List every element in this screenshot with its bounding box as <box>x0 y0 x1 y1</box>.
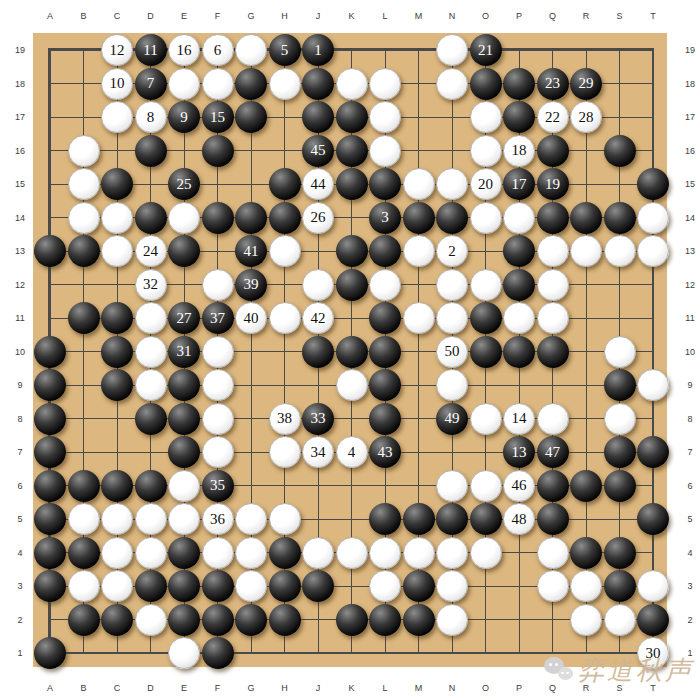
white-stone-D2 <box>135 604 167 636</box>
white-stone-N11 <box>436 302 468 334</box>
move-number: 5 <box>281 43 289 58</box>
black-stone-M14 <box>403 202 435 234</box>
white-stone-L17 <box>369 101 401 133</box>
black-stone-E9 <box>168 369 200 401</box>
col-label-bottom: P <box>508 683 530 693</box>
black-stone-E10: 31 <box>168 336 200 368</box>
row-label-right: 18 <box>679 79 700 89</box>
black-stone-D8 <box>135 403 167 435</box>
white-stone-T14 <box>637 202 669 234</box>
black-stone-L14: 3 <box>369 202 401 234</box>
move-number: 12 <box>110 43 125 58</box>
black-stone-J19: 1 <box>302 34 334 66</box>
row-label-right: 13 <box>679 246 700 256</box>
white-stone-N4 <box>436 537 468 569</box>
white-stone-D5 <box>135 503 167 535</box>
row-label-left: 8 <box>9 414 31 424</box>
white-stone-J12 <box>302 269 334 301</box>
move-number: 47 <box>545 445 560 460</box>
row-label-right: 3 <box>679 581 700 591</box>
white-stone-F4 <box>202 537 234 569</box>
white-stone-M4 <box>403 537 435 569</box>
row-label-right: 15 <box>679 179 700 189</box>
col-label-top: A <box>39 11 61 21</box>
white-stone-M11 <box>403 302 435 334</box>
row-label-left: 12 <box>9 280 31 290</box>
black-stone-H19: 5 <box>269 34 301 66</box>
black-stone-F3 <box>202 570 234 602</box>
move-number: 24 <box>143 244 158 259</box>
move-number: 20 <box>478 177 493 192</box>
black-stone-A6 <box>34 470 66 502</box>
row-label-right: 19 <box>679 45 700 55</box>
black-stone-A13 <box>34 235 66 267</box>
white-stone-B16 <box>68 135 100 167</box>
col-label-top: M <box>408 11 430 21</box>
row-label-left: 1 <box>9 648 31 658</box>
black-stone-R4 <box>570 537 602 569</box>
move-number: 41 <box>244 244 259 259</box>
move-number: 50 <box>445 344 460 359</box>
row-label-right: 2 <box>679 615 700 625</box>
col-label-bottom: B <box>73 683 95 693</box>
row-label-left: 5 <box>9 514 31 524</box>
wechat-bubbles-icon <box>544 655 578 687</box>
col-label-top: L <box>374 11 396 21</box>
black-stone-H4 <box>269 537 301 569</box>
white-stone-O4 <box>470 537 502 569</box>
col-label-top: B <box>73 11 95 21</box>
move-number: 48 <box>512 512 527 527</box>
white-stone-C4 <box>101 537 133 569</box>
row-label-right: 6 <box>679 481 700 491</box>
col-label-top: H <box>274 11 296 21</box>
move-number: 46 <box>512 478 527 493</box>
white-stone-Q8 <box>537 403 569 435</box>
black-stone-P12 <box>503 269 535 301</box>
white-stone-N12 <box>436 269 468 301</box>
white-stone-N9 <box>436 369 468 401</box>
white-stone-C13 <box>101 235 133 267</box>
white-stone-N6 <box>436 470 468 502</box>
white-stone-F10 <box>202 336 234 368</box>
black-stone-A1 <box>34 637 66 669</box>
row-label-left: 17 <box>9 112 31 122</box>
black-stone-L11 <box>369 302 401 334</box>
white-stone-C18: 10 <box>101 68 133 100</box>
black-stone-G14 <box>235 202 267 234</box>
row-label-right: 9 <box>679 380 700 390</box>
black-stone-D3 <box>135 570 167 602</box>
row-label-left: 7 <box>9 447 31 457</box>
move-number: 33 <box>311 411 326 426</box>
black-stone-Q5 <box>537 503 569 535</box>
black-stone-C9 <box>101 369 133 401</box>
black-stone-F17: 15 <box>202 101 234 133</box>
black-stone-F11: 37 <box>202 302 234 334</box>
black-stone-B2 <box>68 604 100 636</box>
white-stone-G3 <box>235 570 267 602</box>
col-label-bottom: K <box>341 683 363 693</box>
row-label-left: 15 <box>9 179 31 189</box>
white-stone-D11 <box>135 302 167 334</box>
row-label-right: 12 <box>679 280 700 290</box>
white-stone-B5 <box>68 503 100 535</box>
white-stone-Q13 <box>537 235 569 267</box>
white-stone-N15 <box>436 168 468 200</box>
black-stone-G12: 39 <box>235 269 267 301</box>
col-label-bottom: E <box>173 683 195 693</box>
row-label-left: 3 <box>9 581 31 591</box>
black-stone-Q16 <box>537 135 569 167</box>
black-stone-S4 <box>604 537 636 569</box>
black-stone-K10 <box>336 336 368 368</box>
col-label-top: J <box>307 11 329 21</box>
move-number: 38 <box>277 411 292 426</box>
white-stone-O16 <box>470 135 502 167</box>
white-stone-F12 <box>202 269 234 301</box>
white-stone-E19: 16 <box>168 34 200 66</box>
row-label-right: 7 <box>679 447 700 457</box>
black-stone-B4 <box>68 537 100 569</box>
black-stone-O19: 21 <box>470 34 502 66</box>
white-stone-M15 <box>403 168 435 200</box>
white-stone-B14 <box>68 202 100 234</box>
black-stone-F16 <box>202 135 234 167</box>
grid-line-vertical <box>653 50 654 654</box>
move-number: 36 <box>210 512 225 527</box>
white-stone-C3 <box>101 570 133 602</box>
white-stone-O17 <box>470 101 502 133</box>
white-stone-R3 <box>570 570 602 602</box>
black-stone-F14 <box>202 202 234 234</box>
black-stone-O5 <box>470 503 502 535</box>
black-stone-S16 <box>604 135 636 167</box>
row-label-left: 19 <box>9 45 31 55</box>
black-stone-P15: 17 <box>503 168 535 200</box>
white-stone-H5 <box>269 503 301 535</box>
black-stone-L7: 43 <box>369 436 401 468</box>
white-stone-J14: 26 <box>302 202 334 234</box>
white-stone-E6 <box>168 470 200 502</box>
white-stone-H11 <box>269 302 301 334</box>
white-stone-P5: 48 <box>503 503 535 535</box>
black-stone-Q7: 47 <box>537 436 569 468</box>
white-stone-S8 <box>604 403 636 435</box>
white-stone-B15 <box>68 168 100 200</box>
black-stone-K12 <box>336 269 368 301</box>
white-stone-O6 <box>470 470 502 502</box>
move-number: 15 <box>210 110 225 125</box>
white-stone-G5 <box>235 503 267 535</box>
white-stone-T3 <box>637 570 669 602</box>
white-stone-P6: 46 <box>503 470 535 502</box>
col-label-top: O <box>475 11 497 21</box>
black-stone-L13 <box>369 235 401 267</box>
black-stone-H15 <box>269 168 301 200</box>
move-number: 37 <box>210 311 225 326</box>
black-stone-H14 <box>269 202 301 234</box>
white-stone-D12: 32 <box>135 269 167 301</box>
col-label-top: E <box>173 11 195 21</box>
black-stone-Q10 <box>537 336 569 368</box>
move-number: 19 <box>545 177 560 192</box>
black-stone-B6 <box>68 470 100 502</box>
white-stone-D13: 24 <box>135 235 167 267</box>
white-stone-O15: 20 <box>470 168 502 200</box>
row-label-left: 14 <box>9 213 31 223</box>
black-stone-B11 <box>68 302 100 334</box>
white-stone-L16 <box>369 135 401 167</box>
row-label-right: 10 <box>679 347 700 357</box>
black-stone-J18 <box>302 68 334 100</box>
black-stone-P7: 13 <box>503 436 535 468</box>
white-stone-Q12 <box>537 269 569 301</box>
move-number: 23 <box>545 76 560 91</box>
black-stone-L9 <box>369 369 401 401</box>
black-stone-Q14 <box>537 202 569 234</box>
white-stone-D10 <box>135 336 167 368</box>
col-label-top: K <box>341 11 363 21</box>
black-stone-H2 <box>269 604 301 636</box>
white-stone-H13 <box>269 235 301 267</box>
black-stone-G18 <box>235 68 267 100</box>
white-stone-F8 <box>202 403 234 435</box>
black-stone-P10 <box>503 336 535 368</box>
move-number: 40 <box>244 311 259 326</box>
black-stone-O10 <box>470 336 502 368</box>
black-stone-C11 <box>101 302 133 334</box>
move-number: 9 <box>180 110 188 125</box>
move-number: 18 <box>512 143 527 158</box>
black-stone-T15 <box>637 168 669 200</box>
black-stone-M5 <box>403 503 435 535</box>
row-label-right: 8 <box>679 414 700 424</box>
black-stone-J10 <box>302 336 334 368</box>
black-stone-L5 <box>369 503 401 535</box>
move-number: 44 <box>311 177 326 192</box>
black-stone-J16: 45 <box>302 135 334 167</box>
move-number: 1 <box>314 43 322 58</box>
move-number: 16 <box>177 43 192 58</box>
black-stone-K13 <box>336 235 368 267</box>
black-stone-Q15: 19 <box>537 168 569 200</box>
white-stone-R17: 28 <box>570 101 602 133</box>
black-stone-K15 <box>336 168 368 200</box>
white-stone-F7 <box>202 436 234 468</box>
white-stone-R2 <box>570 604 602 636</box>
move-number: 45 <box>311 143 326 158</box>
white-stone-B3 <box>68 570 100 602</box>
black-stone-N8: 49 <box>436 403 468 435</box>
white-stone-P14 <box>503 202 535 234</box>
col-label-bottom: L <box>374 683 396 693</box>
black-stone-D16 <box>135 135 167 167</box>
black-stone-O18 <box>470 68 502 100</box>
black-stone-D14 <box>135 202 167 234</box>
black-stone-S3 <box>604 570 636 602</box>
col-label-bottom: M <box>408 683 430 693</box>
black-stone-E13 <box>168 235 200 267</box>
white-stone-F9 <box>202 369 234 401</box>
black-stone-J8: 33 <box>302 403 334 435</box>
col-label-top: G <box>240 11 262 21</box>
white-stone-P8: 14 <box>503 403 535 435</box>
black-stone-S9 <box>604 369 636 401</box>
move-number: 10 <box>110 76 125 91</box>
black-stone-T5 <box>637 503 669 535</box>
white-stone-K7: 4 <box>336 436 368 468</box>
move-number: 13 <box>512 445 527 460</box>
black-stone-R18: 29 <box>570 68 602 100</box>
white-stone-N13: 2 <box>436 235 468 267</box>
white-stone-C14 <box>101 202 133 234</box>
move-number: 43 <box>378 445 393 460</box>
white-stone-S10 <box>604 336 636 368</box>
black-stone-A3 <box>34 570 66 602</box>
black-stone-F1 <box>202 637 234 669</box>
move-number: 26 <box>311 210 326 225</box>
white-stone-G19 <box>235 34 267 66</box>
white-stone-T9 <box>637 369 669 401</box>
white-stone-N18 <box>436 68 468 100</box>
black-stone-K17 <box>336 101 368 133</box>
move-number: 25 <box>177 177 192 192</box>
black-stone-A5 <box>34 503 66 535</box>
black-stone-D6 <box>135 470 167 502</box>
black-stone-E15: 25 <box>168 168 200 200</box>
move-number: 3 <box>381 210 389 225</box>
black-stone-F6: 35 <box>202 470 234 502</box>
col-label-bottom: N <box>441 683 463 693</box>
col-label-top: Q <box>542 11 564 21</box>
move-number: 39 <box>244 277 259 292</box>
white-stone-J4 <box>302 537 334 569</box>
white-stone-T13 <box>637 235 669 267</box>
white-stone-J11: 42 <box>302 302 334 334</box>
black-stone-G17 <box>235 101 267 133</box>
white-stone-O14 <box>470 202 502 234</box>
row-label-right: 4 <box>679 548 700 558</box>
white-stone-O8 <box>470 403 502 435</box>
black-stone-B13 <box>68 235 100 267</box>
black-stone-S14 <box>604 202 636 234</box>
white-stone-C19: 12 <box>101 34 133 66</box>
white-stone-J15: 44 <box>302 168 334 200</box>
white-stone-L12 <box>369 269 401 301</box>
white-stone-N2 <box>436 604 468 636</box>
row-label-left: 11 <box>9 313 31 323</box>
move-number: 22 <box>545 110 560 125</box>
move-number: 32 <box>143 277 158 292</box>
black-stone-E17: 9 <box>168 101 200 133</box>
move-number: 2 <box>448 244 456 259</box>
black-stone-D18: 7 <box>135 68 167 100</box>
col-label-top: D <box>140 11 162 21</box>
row-label-left: 10 <box>9 347 31 357</box>
white-stone-H18 <box>269 68 301 100</box>
white-stone-P11 <box>503 302 535 334</box>
col-label-bottom: G <box>240 683 262 693</box>
white-stone-Q4 <box>537 537 569 569</box>
col-label-bottom: F <box>207 683 229 693</box>
row-label-left: 6 <box>9 481 31 491</box>
black-stone-L15 <box>369 168 401 200</box>
row-label-left: 2 <box>9 615 31 625</box>
black-stone-A10 <box>34 336 66 368</box>
white-stone-D9 <box>135 369 167 401</box>
white-stone-L3 <box>369 570 401 602</box>
move-number: 14 <box>512 411 527 426</box>
black-stone-M3 <box>403 570 435 602</box>
move-number: 28 <box>579 110 594 125</box>
col-label-top: S <box>609 11 631 21</box>
col-label-bottom: J <box>307 683 329 693</box>
black-stone-A4 <box>34 537 66 569</box>
black-stone-L2 <box>369 604 401 636</box>
white-stone-S13 <box>604 235 636 267</box>
col-label-bottom: O <box>475 683 497 693</box>
white-stone-P16: 18 <box>503 135 535 167</box>
white-stone-K18 <box>336 68 368 100</box>
move-number: 6 <box>214 43 222 58</box>
black-stone-P17 <box>503 101 535 133</box>
go-diagram-page: 1211166512110723298915222845182544201719… <box>0 0 700 700</box>
black-stone-N14 <box>436 202 468 234</box>
white-stone-E1 <box>168 637 200 669</box>
white-stone-J7: 34 <box>302 436 334 468</box>
move-number: 4 <box>348 445 356 460</box>
col-label-top: T <box>642 11 664 21</box>
white-stone-L4 <box>369 537 401 569</box>
white-stone-G11: 40 <box>235 302 267 334</box>
black-stone-E4 <box>168 537 200 569</box>
col-label-bottom: D <box>140 683 162 693</box>
white-stone-E5 <box>168 503 200 535</box>
black-stone-P13 <box>503 235 535 267</box>
white-stone-Q17: 22 <box>537 101 569 133</box>
black-stone-O11 <box>470 302 502 334</box>
black-stone-C10 <box>101 336 133 368</box>
black-stone-M2 <box>403 604 435 636</box>
black-stone-Q18: 23 <box>537 68 569 100</box>
row-label-left: 18 <box>9 79 31 89</box>
move-number: 35 <box>210 478 225 493</box>
go-board: 1211166512110723298915222845182544201719… <box>33 33 667 667</box>
white-stone-Q11 <box>537 302 569 334</box>
black-stone-C15 <box>101 168 133 200</box>
black-stone-A7 <box>34 436 66 468</box>
row-label-left: 9 <box>9 380 31 390</box>
black-stone-K16 <box>336 135 368 167</box>
white-stone-D4 <box>135 537 167 569</box>
watermark: 弈道秋声 <box>544 653 694 688</box>
row-label-right: 5 <box>679 514 700 524</box>
black-stone-F2 <box>202 604 234 636</box>
black-stone-E2 <box>168 604 200 636</box>
black-stone-G2 <box>235 604 267 636</box>
black-stone-N5 <box>436 503 468 535</box>
white-stone-F5: 36 <box>202 503 234 535</box>
black-stone-R14 <box>570 202 602 234</box>
white-stone-O12 <box>470 269 502 301</box>
black-stone-L8 <box>369 403 401 435</box>
black-stone-R6 <box>570 470 602 502</box>
black-stone-T2 <box>637 604 669 636</box>
col-label-top: P <box>508 11 530 21</box>
white-stone-H8: 38 <box>269 403 301 435</box>
black-stone-K2 <box>336 604 368 636</box>
